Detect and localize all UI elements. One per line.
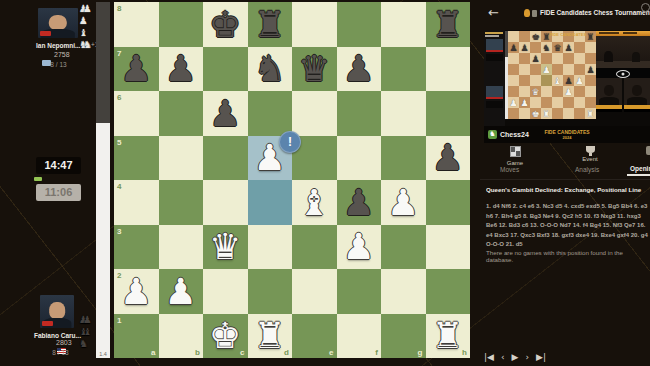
square-b7[interactable]: ♟: [159, 47, 204, 92]
video-capture-tray: [486, 101, 503, 108]
piece-wR-d1[interactable]: ♜: [248, 314, 293, 359]
move-annotation-badge: !: [279, 131, 301, 153]
square-d1[interactable]: d♜: [248, 314, 293, 359]
video-square-a6: [508, 53, 519, 64]
broadcast-title[interactable]: FIDE Candidates Chess Tournaments 2024: [540, 9, 650, 16]
video-piece-bP-f7: ♟: [563, 42, 574, 53]
file-label-a: a: [151, 348, 155, 357]
piece-bR-h8[interactable]: ♜: [426, 2, 471, 47]
square-f6[interactable]: [337, 91, 382, 136]
square-g5[interactable]: [381, 136, 426, 181]
captured-white-piece: ♟: [79, 15, 88, 26]
sponsor-eye-icon: [616, 70, 630, 78]
piece-bP-h5[interactable]: ♟: [426, 136, 471, 181]
video-square-d4: [541, 75, 552, 86]
rank-label-3: 3: [117, 227, 121, 236]
video-square-b6: [519, 53, 530, 64]
country-badge: [40, 31, 51, 36]
video-square-g6: [574, 53, 585, 64]
square-c3[interactable]: ♛: [203, 225, 248, 270]
video-piece-wR-h1: ♜: [585, 108, 596, 119]
piece-bP-f4[interactable]: ♟: [337, 180, 382, 225]
nav-back-button[interactable]: ‹: [501, 352, 505, 362]
video-square-g4: ♟: [574, 75, 585, 86]
square-g3[interactable]: [381, 225, 426, 270]
video-square-c1: ♚: [530, 108, 541, 119]
video-square-d5: ♟: [541, 64, 552, 75]
tab-openings[interactable]: Openings: [630, 165, 650, 172]
square-d8[interactable]: ♜: [248, 2, 293, 47]
video-square-e2: [552, 97, 563, 108]
video-square-b1: [519, 108, 530, 119]
rank-label-8: 8: [117, 4, 121, 13]
square-d7[interactable]: ♞: [248, 47, 293, 92]
square-f5[interactable]: [337, 136, 382, 181]
square-c2[interactable]: [203, 269, 248, 314]
video-piece-bP-b7: ♟: [519, 42, 530, 53]
square-c8[interactable]: ♚: [203, 2, 248, 47]
square-c5[interactable]: [203, 136, 248, 181]
square-a2[interactable]: 2♟: [114, 269, 159, 314]
video-piece-bP-a7: ♟: [508, 42, 519, 53]
video-square-a5: [508, 64, 519, 75]
tab-analysis[interactable]: Analysis: [575, 166, 599, 173]
video-square-g3: [574, 86, 585, 97]
video-square-e7: ♛: [552, 42, 563, 53]
square-d6[interactable]: [248, 91, 293, 136]
partial-tab-icon: [646, 146, 650, 155]
broadcast-video[interactable]: ♚♜♜♟♟♞♛♟♟♟♟♝♟♟♛♟♟♟♚♜♜ FIDE CANDIDATES ♞ …: [484, 30, 650, 143]
chess-board[interactable]: 8♚♜♜7♟♟♞♛♟6♟5♟♟4♝♟♟3♛♟2♟♟1abc♚d♜efgh♜!: [114, 2, 470, 358]
video-square-c8: ♚: [530, 31, 541, 42]
nav-last-button[interactable]: ▶|: [536, 352, 546, 362]
top-player-clock: 14:47: [36, 157, 81, 174]
piece-bR-d8[interactable]: ♜: [248, 2, 293, 47]
video-square-a4: [508, 75, 519, 86]
square-f8[interactable]: [337, 2, 382, 47]
video-square-b4: [519, 75, 530, 86]
piece-bP-b7[interactable]: ♟: [159, 47, 204, 92]
video-square-h5: ♟: [585, 64, 596, 75]
video-square-f3: ♟: [563, 86, 574, 97]
square-h1[interactable]: h♜: [426, 314, 471, 359]
video-sponsor-bar: [596, 68, 650, 78]
square-b1[interactable]: b: [159, 314, 204, 359]
square-e2[interactable]: [292, 269, 337, 314]
avatar-bottom-player: [40, 295, 74, 328]
video-square-h2: [585, 97, 596, 108]
event-flame-icon: [524, 9, 530, 17]
tab-partial[interactable]: [642, 146, 650, 158]
video-player-photo-top: [486, 39, 503, 52]
rank-label-6: 6: [117, 93, 121, 102]
video-clock-bar: [485, 35, 499, 37]
piece-wK-c1[interactable]: ♚: [203, 314, 248, 359]
video-commentator-cam-1: [596, 78, 622, 112]
captured-pieces-top: ♟♟♟♝♞♞: [79, 3, 92, 51]
square-g1[interactable]: g: [381, 314, 426, 359]
video-piece-wR-d1: ♜: [541, 108, 552, 119]
square-a5[interactable]: 5: [114, 136, 159, 181]
video-commentator-cam-2: [624, 78, 650, 112]
video-square-g1: [574, 108, 585, 119]
captured-white-piece: ♝: [79, 27, 88, 38]
captured-black-piece: ♝: [83, 326, 92, 337]
avatar-face: [49, 15, 67, 31]
piece-bK-c8[interactable]: ♚: [203, 2, 248, 47]
video-piece-wP-b2: ♟: [519, 97, 530, 108]
rank-label-5: 5: [117, 138, 121, 147]
video-piece-wQ-c3: ♛: [530, 86, 541, 97]
rank-label-1: 1: [117, 316, 121, 325]
video-piece-bN-d7: ♞: [541, 42, 552, 53]
square-e4[interactable]: ♝: [292, 180, 337, 225]
trophy-icon: [586, 146, 595, 153]
video-square-c6: ♟: [530, 53, 541, 64]
video-piece-wP-f3: ♟: [563, 86, 574, 97]
video-square-e5: [552, 64, 563, 75]
video-square-h3: [585, 86, 596, 97]
opening-name: Queen's Gambit Declined: Exchange, Posit…: [486, 186, 648, 193]
video-square-f5: [563, 64, 574, 75]
video-square-f6: [563, 53, 574, 64]
video-mini-board: ♚♜♜♟♟♞♛♟♟♟♟♝♟♟♛♟♟♟♚♜♜: [508, 31, 596, 119]
evaluation-value: 1.4: [96, 351, 110, 357]
square-g7[interactable]: [381, 47, 426, 92]
video-square-f7: ♟: [563, 42, 574, 53]
square-f2[interactable]: [337, 269, 382, 314]
video-square-b2: ♟: [519, 97, 530, 108]
chessboard-icon: [510, 146, 521, 157]
video-square-e6: [552, 53, 563, 64]
square-c6[interactable]: ♟: [203, 91, 248, 136]
square-h6[interactable]: [426, 91, 471, 136]
panel-divider: [480, 179, 650, 180]
video-square-e3: [552, 86, 563, 97]
video-square-c4: [530, 75, 541, 86]
nav-first-button[interactable]: |◀: [484, 352, 494, 362]
captured-black-piece: ♟: [83, 314, 92, 325]
opening-move-list[interactable]: 1. d4 Nf6 2. c4 e6 3. Nc3 d5 4. cxd5 exd…: [486, 202, 648, 250]
captured-black-piece: ♞: [79, 338, 88, 349]
video-square-c5: [530, 64, 541, 75]
video-square-e4: ♝: [552, 75, 563, 86]
square-f4[interactable]: ♟: [337, 180, 382, 225]
square-e6[interactable]: [292, 91, 337, 136]
square-a7[interactable]: 7♟: [114, 47, 159, 92]
square-a1[interactable]: 1a: [114, 314, 159, 359]
active-tab-underline: [627, 174, 650, 176]
video-square-d3: [541, 86, 552, 97]
square-f1[interactable]: f: [337, 314, 382, 359]
square-g4[interactable]: ♟: [381, 180, 426, 225]
video-square-b7: ♟: [519, 42, 530, 53]
video-square-g2: [574, 97, 585, 108]
piece-wP-a2[interactable]: ♟: [114, 269, 159, 314]
video-piece-wP-g4: ♟: [574, 75, 585, 86]
piece-wP-g4[interactable]: ♟: [381, 180, 426, 225]
video-square-h6: [585, 53, 596, 64]
square-a8[interactable]: 8: [114, 2, 159, 47]
video-capture-tray: [486, 54, 503, 61]
square-b5[interactable]: [159, 136, 204, 181]
piece-bP-a7[interactable]: ♟: [114, 47, 159, 92]
video-piece-bP-f4: ♟: [563, 75, 574, 86]
video-square-d2: [541, 97, 552, 108]
file-label-f: f: [375, 348, 378, 357]
video-piece-wB-e4: ♝: [552, 75, 563, 86]
right-panel: ← FIDE Candidates Chess Tournaments 2024…: [480, 0, 650, 366]
video-square-a7: ♟: [508, 42, 519, 53]
video-square-h4: [585, 75, 596, 86]
video-piece-bP-c6: ♟: [530, 53, 541, 64]
active-turn-indicator: [34, 177, 42, 181]
square-b4[interactable]: [159, 180, 204, 225]
video-square-a2: ♟: [508, 97, 519, 108]
video-square-a8: [508, 31, 519, 42]
video-square-g5: [574, 64, 585, 75]
piece-wP-b2[interactable]: ♟: [159, 269, 204, 314]
file-label-b: b: [195, 348, 200, 357]
square-h2[interactable]: [426, 269, 471, 314]
square-g6[interactable]: [381, 91, 426, 136]
video-square-f1: [563, 108, 574, 119]
video-square-a1: [508, 108, 519, 119]
info-icon[interactable]: [641, 3, 650, 12]
square-a4[interactable]: 4: [114, 180, 159, 225]
video-square-c2: [530, 97, 541, 108]
rank-label-4: 4: [117, 182, 121, 191]
piece-wB-e4[interactable]: ♝: [292, 180, 337, 225]
avatar-top-player: [38, 8, 78, 38]
file-label-g: g: [418, 348, 423, 357]
video-piece-bK-c8: ♚: [530, 31, 541, 42]
video-square-c7: [530, 42, 541, 53]
top-player-name[interactable]: Ian Nepomni...: [36, 42, 80, 49]
video-square-b3: [519, 86, 530, 97]
bottom-player-rating: 2803: [56, 339, 72, 346]
bottom-player-name[interactable]: Fabiano Caru...: [34, 332, 81, 339]
move-navigation: |◀ ‹ ▶ › ▶|: [484, 350, 546, 364]
piece-bP-f7[interactable]: ♟: [337, 47, 382, 92]
nav-forward-button[interactable]: ›: [526, 352, 530, 362]
piece-bP-c6[interactable]: ♟: [203, 91, 248, 136]
app-window: ♟♟♟♝♞♞ +1 Ian Nepomni... 2758 8 / 13 14:…: [0, 0, 650, 366]
square-g2[interactable]: [381, 269, 426, 314]
video-logo-bar: ♞ Chess24 FIDE CANDIDATES 2024: [484, 126, 650, 143]
video-square-d1: ♜: [541, 108, 552, 119]
video-square-h7: [585, 42, 596, 53]
video-piece-wP-a2: ♟: [508, 97, 519, 108]
piece-wQ-c3[interactable]: ♛: [203, 225, 248, 270]
square-a3[interactable]: 3: [114, 225, 159, 270]
tab-moves[interactable]: Moves: [500, 166, 519, 173]
top-player-rating: 2758: [54, 51, 70, 58]
video-event-logo-top: FIDE CANDIDATES: [542, 32, 594, 37]
video-square-d7: ♞: [541, 42, 552, 53]
square-b3[interactable]: [159, 225, 204, 270]
square-e7[interactable]: ♛: [292, 47, 337, 92]
square-h7[interactable]: [426, 47, 471, 92]
video-piece-bQ-e7: ♛: [552, 42, 563, 53]
square-e1[interactable]: e: [292, 314, 337, 359]
video-piece-bP-h5: ♟: [585, 64, 596, 75]
piece-wP-f3[interactable]: ♟: [337, 225, 382, 270]
square-d4[interactable]: [248, 180, 293, 225]
back-button[interactable]: ←: [488, 5, 499, 20]
country-badge: [42, 321, 53, 326]
square-f3[interactable]: ♟: [337, 225, 382, 270]
square-b8[interactable]: [159, 2, 204, 47]
square-g8[interactable]: [381, 2, 426, 47]
video-square-b8: [519, 31, 530, 42]
square-h4[interactable]: [426, 180, 471, 225]
square-c7[interactable]: [203, 47, 248, 92]
square-b6[interactable]: [159, 91, 204, 136]
square-d2[interactable]: [248, 269, 293, 314]
square-e8[interactable]: [292, 2, 337, 47]
video-square-f2: [563, 97, 574, 108]
avatar-face: [49, 302, 65, 319]
video-square-e1: [552, 108, 563, 119]
tab-game[interactable]: Game: [495, 146, 535, 166]
nav-play-button[interactable]: ▶: [512, 352, 519, 362]
bottom-player-score: 8 / 13: [38, 349, 83, 356]
piece-bQ-e7[interactable]: ♛: [292, 47, 337, 92]
square-h8[interactable]: ♜: [426, 2, 471, 47]
video-square-c3: ♛: [530, 86, 541, 97]
video-square-b5: [519, 64, 530, 75]
chess24-logo-text: Chess24: [500, 131, 529, 138]
captured-white-piece: ♟: [83, 3, 92, 14]
video-square-h1: ♜: [585, 108, 596, 119]
file-label-e: e: [329, 348, 333, 357]
video-square-d6: [541, 53, 552, 64]
evaluation-bar-white: [96, 123, 110, 358]
database-message: There are no games with this position fo…: [486, 249, 648, 263]
video-square-g7: [574, 42, 585, 53]
square-h5[interactable]: ♟: [426, 136, 471, 181]
tab-event[interactable]: Event: [570, 146, 610, 162]
chess24-icon: ♞: [488, 130, 497, 139]
video-square-a3: [508, 86, 519, 97]
piece-wR-h1[interactable]: ♜: [426, 314, 471, 359]
square-b2[interactable]: ♟: [159, 269, 204, 314]
video-event-logo-year: 2024: [537, 135, 597, 140]
square-c4[interactable]: [203, 180, 248, 225]
top-player-score: 8 / 13: [36, 61, 81, 68]
piece-bN-d7[interactable]: ♞: [248, 47, 293, 92]
video-player-photo-bottom: [486, 86, 503, 99]
square-f7[interactable]: ♟: [337, 47, 382, 92]
bottom-player-clock: 11:06: [36, 184, 81, 201]
square-h3[interactable]: [426, 225, 471, 270]
video-studio-feed: [596, 36, 650, 68]
video-square-f4: ♟: [563, 75, 574, 86]
evaluation-bar: 1.4: [96, 2, 110, 358]
video-piece-wK-c1: ♚: [530, 108, 541, 119]
square-c1[interactable]: c♚: [203, 314, 248, 359]
event-mini-icon: [532, 10, 537, 17]
square-d3[interactable]: [248, 225, 293, 270]
square-e3[interactable]: [292, 225, 337, 270]
video-piece-wP-d5: ♟: [541, 64, 552, 75]
video-clock-bar: [485, 32, 503, 34]
square-a6[interactable]: 6: [114, 91, 159, 136]
